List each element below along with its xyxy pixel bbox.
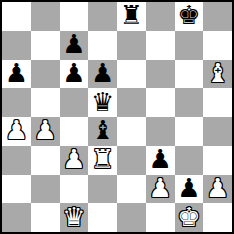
white-pawn-h2[interactable]: ♟ (206, 175, 229, 201)
square-e7[interactable] (117, 31, 146, 60)
square-d5[interactable]: ♛ (88, 88, 117, 117)
square-a4[interactable]: ♟ (2, 117, 31, 146)
square-c5[interactable] (60, 88, 89, 117)
square-f5[interactable] (146, 88, 175, 117)
square-f6[interactable] (146, 60, 175, 89)
square-g7[interactable] (175, 31, 204, 60)
black-pawn-d6[interactable]: ♟ (91, 60, 114, 86)
square-e2[interactable] (117, 175, 146, 204)
square-b1[interactable] (31, 203, 60, 232)
square-e8[interactable]: ♜ (117, 2, 146, 31)
square-c6[interactable]: ♟ (60, 60, 89, 89)
square-d4[interactable]: ♝ (88, 117, 117, 146)
square-c4[interactable] (60, 117, 89, 146)
square-b3[interactable] (31, 146, 60, 175)
square-e6[interactable] (117, 60, 146, 89)
square-h6[interactable]: ♝ (203, 60, 232, 89)
square-c2[interactable] (60, 175, 89, 204)
square-g6[interactable] (175, 60, 204, 89)
black-rook-e8[interactable]: ♜ (120, 2, 143, 28)
white-pawn-f2[interactable]: ♟ (148, 175, 171, 201)
square-g3[interactable] (175, 146, 204, 175)
square-a8[interactable] (2, 2, 31, 31)
square-a5[interactable] (2, 88, 31, 117)
black-pawn-a6[interactable]: ♟ (5, 60, 28, 86)
square-h2[interactable]: ♟ (203, 175, 232, 204)
chess-board: ♜♚♟♟♟♟♝♛♟♟♝♟♜♟♟♟♟♛♚ (0, 0, 234, 234)
square-g8[interactable]: ♚ (175, 2, 204, 31)
white-rook-d3[interactable]: ♜ (91, 146, 114, 172)
square-a6[interactable]: ♟ (2, 60, 31, 89)
square-h4[interactable] (203, 117, 232, 146)
square-e5[interactable] (117, 88, 146, 117)
square-f7[interactable] (146, 31, 175, 60)
black-king-g8[interactable]: ♚ (177, 2, 200, 28)
square-b8[interactable] (31, 2, 60, 31)
square-h5[interactable] (203, 88, 232, 117)
square-b7[interactable] (31, 31, 60, 60)
square-c7[interactable]: ♟ (60, 31, 89, 60)
square-h1[interactable] (203, 203, 232, 232)
square-h8[interactable] (203, 2, 232, 31)
square-f3[interactable]: ♟ (146, 146, 175, 175)
white-pawn-b4[interactable]: ♟ (33, 117, 56, 143)
black-pawn-c6[interactable]: ♟ (62, 60, 85, 86)
square-g1[interactable]: ♚ (175, 203, 204, 232)
black-queen-d5[interactable]: ♛ (91, 89, 114, 115)
square-f4[interactable] (146, 117, 175, 146)
square-d2[interactable] (88, 175, 117, 204)
square-c8[interactable] (60, 2, 89, 31)
square-a7[interactable] (2, 31, 31, 60)
square-d1[interactable] (88, 203, 117, 232)
white-queen-c1[interactable]: ♛ (62, 204, 85, 230)
square-b5[interactable] (31, 88, 60, 117)
square-b6[interactable] (31, 60, 60, 89)
black-pawn-f3[interactable]: ♟ (148, 146, 171, 172)
square-e4[interactable] (117, 117, 146, 146)
square-f2[interactable]: ♟ (146, 175, 175, 204)
square-d6[interactable]: ♟ (88, 60, 117, 89)
square-h7[interactable] (203, 31, 232, 60)
square-f1[interactable] (146, 203, 175, 232)
square-e1[interactable] (117, 203, 146, 232)
square-g4[interactable] (175, 117, 204, 146)
white-pawn-c3[interactable]: ♟ (62, 146, 85, 172)
square-g5[interactable] (175, 88, 204, 117)
square-g2[interactable]: ♟ (175, 175, 204, 204)
black-pawn-g2[interactable]: ♟ (177, 175, 200, 201)
square-e3[interactable] (117, 146, 146, 175)
square-b2[interactable] (31, 175, 60, 204)
square-a2[interactable] (2, 175, 31, 204)
square-b4[interactable]: ♟ (31, 117, 60, 146)
square-d8[interactable] (88, 2, 117, 31)
white-king-g1[interactable]: ♚ (177, 204, 200, 230)
square-a1[interactable] (2, 203, 31, 232)
black-bishop-d4[interactable]: ♝ (91, 117, 114, 143)
square-d3[interactable]: ♜ (88, 146, 117, 175)
white-bishop-h6[interactable]: ♝ (206, 60, 229, 86)
square-f8[interactable] (146, 2, 175, 31)
black-pawn-c7[interactable]: ♟ (62, 31, 85, 57)
square-a3[interactable] (2, 146, 31, 175)
square-c3[interactable]: ♟ (60, 146, 89, 175)
square-c1[interactable]: ♛ (60, 203, 89, 232)
square-d7[interactable] (88, 31, 117, 60)
white-pawn-a4[interactable]: ♟ (5, 117, 28, 143)
square-h3[interactable] (203, 146, 232, 175)
